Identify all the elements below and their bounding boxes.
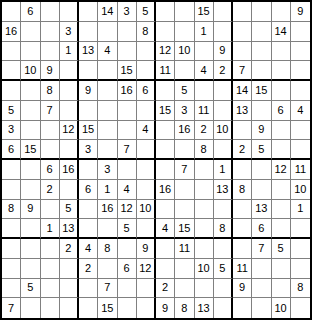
cell-r14c7[interactable]: 6 [118, 259, 137, 279]
cell-r11c6[interactable]: 16 [98, 200, 117, 220]
cell-r14c12[interactable]: 5 [214, 259, 233, 279]
cell-r9c7[interactable] [118, 160, 137, 180]
cell-r14c11[interactable]: 10 [195, 259, 214, 279]
cell-r14c2[interactable] [21, 259, 40, 279]
cell-r7c13[interactable] [233, 121, 252, 141]
cell-r13c12[interactable] [214, 239, 233, 259]
cell-r7c2[interactable] [21, 121, 40, 141]
cell-r13c13[interactable] [233, 239, 252, 259]
cell-r6c3[interactable]: 7 [41, 101, 60, 121]
cell-r4c7[interactable]: 15 [118, 61, 137, 81]
cell-r15c7[interactable] [118, 279, 137, 299]
cell-r1c10[interactable] [175, 2, 194, 22]
cell-r16c3[interactable] [41, 298, 60, 318]
cell-r16c1[interactable]: 7 [2, 298, 21, 318]
cell-r6c4[interactable] [60, 101, 79, 121]
cell-r14c10[interactable] [175, 259, 194, 279]
cell-r11c12[interactable] [214, 200, 233, 220]
cell-r5c12[interactable] [214, 81, 233, 101]
cell-r10c13[interactable]: 8 [233, 180, 252, 200]
cell-r1c16[interactable]: 9 [291, 2, 310, 22]
cell-r11c1[interactable]: 8 [2, 200, 21, 220]
cell-r10c14[interactable] [252, 180, 271, 200]
cell-r3c3[interactable] [41, 42, 60, 62]
cell-r15c1[interactable] [2, 279, 21, 299]
cell-r5c4[interactable] [60, 81, 79, 101]
cell-r6c11[interactable]: 11 [195, 101, 214, 121]
cell-r6c12[interactable] [214, 101, 233, 121]
cell-r16c16[interactable] [291, 298, 310, 318]
cell-r10c8[interactable] [137, 180, 156, 200]
cell-r15c14[interactable] [252, 279, 271, 299]
cell-r5c16[interactable] [291, 81, 310, 101]
cell-r5c2[interactable] [21, 81, 40, 101]
cell-r4c15[interactable] [272, 61, 291, 81]
cell-r1c8[interactable]: 5 [137, 2, 156, 22]
cell-r4c2[interactable]: 10 [21, 61, 40, 81]
cell-r12c2[interactable] [21, 219, 40, 239]
cell-r11c7[interactable]: 12 [118, 200, 137, 220]
cell-r6c8[interactable] [137, 101, 156, 121]
cell-r2c4[interactable]: 3 [60, 22, 79, 42]
cell-r11c15[interactable] [272, 200, 291, 220]
cell-r9c9[interactable] [156, 160, 175, 180]
cell-r2c3[interactable] [41, 22, 60, 42]
cell-r15c2[interactable]: 5 [21, 279, 40, 299]
cell-r3c13[interactable] [233, 42, 252, 62]
cell-r14c8[interactable]: 12 [137, 259, 156, 279]
cell-r10c6[interactable]: 1 [98, 180, 117, 200]
cell-r10c2[interactable] [21, 180, 40, 200]
cell-r10c12[interactable]: 13 [214, 180, 233, 200]
cell-r9c16[interactable]: 11 [291, 160, 310, 180]
cell-r15c8[interactable] [137, 279, 156, 299]
cell-r5c8[interactable]: 6 [137, 81, 156, 101]
cell-r11c16[interactable]: 1 [291, 200, 310, 220]
cell-r6c9[interactable]: 15 [156, 101, 175, 121]
cell-r15c3[interactable] [41, 279, 60, 299]
cell-r7c11[interactable]: 2 [195, 121, 214, 141]
cell-r4c6[interactable] [98, 61, 117, 81]
cell-r5c11[interactable] [195, 81, 214, 101]
cell-r6c16[interactable]: 4 [291, 101, 310, 121]
cell-r8c7[interactable]: 7 [118, 140, 137, 160]
cell-r10c11[interactable] [195, 180, 214, 200]
cell-r3c5[interactable]: 13 [79, 42, 98, 62]
cell-r16c6[interactable]: 15 [98, 298, 117, 318]
cell-r7c5[interactable]: 15 [79, 121, 98, 141]
cell-r12c3[interactable]: 1 [41, 219, 60, 239]
cell-r14c6[interactable] [98, 259, 117, 279]
cell-r16c7[interactable] [118, 298, 137, 318]
cell-r9c1[interactable] [2, 160, 21, 180]
cell-r16c12[interactable] [214, 298, 233, 318]
cell-r8c3[interactable] [41, 140, 60, 160]
cell-r13c14[interactable]: 7 [252, 239, 271, 259]
cell-r11c14[interactable]: 13 [252, 200, 271, 220]
cell-r13c10[interactable]: 11 [175, 239, 194, 259]
cell-r7c1[interactable]: 3 [2, 121, 21, 141]
cell-r4c5[interactable] [79, 61, 98, 81]
cell-r1c4[interactable] [60, 2, 79, 22]
cell-r3c7[interactable] [118, 42, 137, 62]
cell-r13c6[interactable]: 8 [98, 239, 117, 259]
cell-r7c10[interactable]: 16 [175, 121, 194, 141]
cell-r12c16[interactable] [291, 219, 310, 239]
cell-r2c1[interactable]: 16 [2, 22, 21, 42]
cell-r3c10[interactable]: 10 [175, 42, 194, 62]
cell-r11c8[interactable]: 10 [137, 200, 156, 220]
cell-r11c5[interactable] [79, 200, 98, 220]
cell-r3c14[interactable] [252, 42, 271, 62]
cell-r7c3[interactable] [41, 121, 60, 141]
cell-r4c10[interactable] [175, 61, 194, 81]
cell-r15c11[interactable] [195, 279, 214, 299]
cell-r8c8[interactable] [137, 140, 156, 160]
cell-r2c15[interactable]: 14 [272, 22, 291, 42]
cell-r6c15[interactable]: 6 [272, 101, 291, 121]
cell-r11c11[interactable] [195, 200, 214, 220]
cell-r8c5[interactable]: 3 [79, 140, 98, 160]
cell-r4c12[interactable]: 2 [214, 61, 233, 81]
cell-r10c16[interactable]: 10 [291, 180, 310, 200]
cell-r2c8[interactable]: 8 [137, 22, 156, 42]
cell-r15c5[interactable] [79, 279, 98, 299]
cell-r13c7[interactable] [118, 239, 137, 259]
cell-r5c14[interactable]: 15 [252, 81, 271, 101]
cell-r3c1[interactable] [2, 42, 21, 62]
cell-r12c7[interactable]: 5 [118, 219, 137, 239]
cell-r15c10[interactable] [175, 279, 194, 299]
cell-r15c9[interactable]: 2 [156, 279, 175, 299]
cell-r16c11[interactable]: 13 [195, 298, 214, 318]
cell-r4c9[interactable]: 11 [156, 61, 175, 81]
cell-r6c6[interactable] [98, 101, 117, 121]
cell-r7c8[interactable]: 4 [137, 121, 156, 141]
cell-r1c13[interactable] [233, 2, 252, 22]
cell-r10c15[interactable] [272, 180, 291, 200]
cell-r9c2[interactable] [21, 160, 40, 180]
cell-r12c1[interactable] [2, 219, 21, 239]
cell-r4c14[interactable] [252, 61, 271, 81]
cell-r15c13[interactable]: 9 [233, 279, 252, 299]
cell-r7c12[interactable]: 10 [214, 121, 233, 141]
cell-r14c9[interactable] [156, 259, 175, 279]
cell-r2c2[interactable] [21, 22, 40, 42]
cell-r15c4[interactable] [60, 279, 79, 299]
cell-r3c12[interactable]: 9 [214, 42, 233, 62]
cell-r14c16[interactable] [291, 259, 310, 279]
cell-r1c12[interactable] [214, 2, 233, 22]
cell-r6c13[interactable]: 13 [233, 101, 252, 121]
cell-r2c6[interactable] [98, 22, 117, 42]
cell-r2c14[interactable] [252, 22, 271, 42]
cell-r12c5[interactable] [79, 219, 98, 239]
cell-r16c9[interactable]: 9 [156, 298, 175, 318]
cell-r1c7[interactable]: 3 [118, 2, 137, 22]
cell-r9c6[interactable]: 3 [98, 160, 117, 180]
cell-r9c11[interactable] [195, 160, 214, 180]
cell-r1c2[interactable]: 6 [21, 2, 40, 22]
cell-r9c5[interactable] [79, 160, 98, 180]
cell-r8c4[interactable] [60, 140, 79, 160]
cell-r7c6[interactable] [98, 121, 117, 141]
cell-r13c15[interactable]: 5 [272, 239, 291, 259]
cell-r2c5[interactable] [79, 22, 98, 42]
cell-r13c16[interactable] [291, 239, 310, 259]
cell-r9c3[interactable]: 6 [41, 160, 60, 180]
cell-r1c9[interactable] [156, 2, 175, 22]
cell-r9c13[interactable] [233, 160, 252, 180]
cell-r10c7[interactable]: 4 [118, 180, 137, 200]
cell-r13c8[interactable]: 9 [137, 239, 156, 259]
cell-r1c15[interactable] [272, 2, 291, 22]
cell-r5c7[interactable]: 16 [118, 81, 137, 101]
cell-r1c14[interactable] [252, 2, 271, 22]
cell-r15c16[interactable]: 8 [291, 279, 310, 299]
cell-r8c12[interactable] [214, 140, 233, 160]
cell-r4c16[interactable] [291, 61, 310, 81]
cell-r16c4[interactable] [60, 298, 79, 318]
cell-r12c8[interactable] [137, 219, 156, 239]
cell-r5c1[interactable] [2, 81, 21, 101]
cell-r4c11[interactable]: 4 [195, 61, 214, 81]
cell-r15c12[interactable] [214, 279, 233, 299]
cell-r10c5[interactable]: 6 [79, 180, 98, 200]
cell-r2c10[interactable] [175, 22, 194, 42]
cell-r3c6[interactable]: 4 [98, 42, 117, 62]
cell-r14c14[interactable] [252, 259, 271, 279]
cell-r4c13[interactable]: 7 [233, 61, 252, 81]
cell-r3c11[interactable] [195, 42, 214, 62]
cell-r12c13[interactable] [233, 219, 252, 239]
cell-r7c16[interactable] [291, 121, 310, 141]
cell-r6c1[interactable]: 5 [2, 101, 21, 121]
cell-r1c5[interactable] [79, 2, 98, 22]
cell-r11c9[interactable] [156, 200, 175, 220]
cell-r1c3[interactable] [41, 2, 60, 22]
cell-r14c3[interactable] [41, 259, 60, 279]
cell-r3c9[interactable]: 12 [156, 42, 175, 62]
cell-r5c9[interactable] [156, 81, 175, 101]
cell-r12c11[interactable] [195, 219, 214, 239]
cell-r15c6[interactable]: 7 [98, 279, 117, 299]
cell-r1c6[interactable]: 14 [98, 2, 117, 22]
cell-r3c2[interactable] [21, 42, 40, 62]
cell-r14c15[interactable] [272, 259, 291, 279]
cell-r13c11[interactable] [195, 239, 214, 259]
cell-r6c10[interactable]: 3 [175, 101, 194, 121]
cell-r9c10[interactable]: 7 [175, 160, 194, 180]
cell-r6c5[interactable] [79, 101, 98, 121]
cell-r10c4[interactable] [60, 180, 79, 200]
cell-r12c12[interactable]: 8 [214, 219, 233, 239]
cell-r5c5[interactable]: 9 [79, 81, 98, 101]
cell-r13c4[interactable]: 2 [60, 239, 79, 259]
cell-r16c15[interactable]: 10 [272, 298, 291, 318]
cell-r5c15[interactable] [272, 81, 291, 101]
cell-r13c5[interactable]: 4 [79, 239, 98, 259]
cell-r8c11[interactable]: 8 [195, 140, 214, 160]
cell-r8c2[interactable]: 15 [21, 140, 40, 160]
cell-r14c1[interactable] [2, 259, 21, 279]
cell-r11c2[interactable]: 9 [21, 200, 40, 220]
cell-r7c15[interactable] [272, 121, 291, 141]
cell-r16c13[interactable] [233, 298, 252, 318]
cell-r6c7[interactable] [118, 101, 137, 121]
cell-r5c3[interactable]: 8 [41, 81, 60, 101]
cell-r7c14[interactable]: 9 [252, 121, 271, 141]
cell-r14c4[interactable] [60, 259, 79, 279]
cell-r8c13[interactable]: 2 [233, 140, 252, 160]
cell-r4c1[interactable] [2, 61, 21, 81]
cell-r3c8[interactable] [137, 42, 156, 62]
cell-r4c8[interactable] [137, 61, 156, 81]
cell-r2c11[interactable]: 1 [195, 22, 214, 42]
cell-r7c4[interactable]: 12 [60, 121, 79, 141]
cell-r3c4[interactable]: 1 [60, 42, 79, 62]
cell-r1c1[interactable] [2, 2, 21, 22]
cell-r6c14[interactable] [252, 101, 271, 121]
cell-r4c3[interactable]: 9 [41, 61, 60, 81]
cell-r2c7[interactable] [118, 22, 137, 42]
cell-r12c6[interactable] [98, 219, 117, 239]
cell-r12c14[interactable]: 6 [252, 219, 271, 239]
cell-r5c10[interactable]: 5 [175, 81, 194, 101]
cell-r1c11[interactable]: 15 [195, 2, 214, 22]
cell-r8c6[interactable] [98, 140, 117, 160]
cell-r10c3[interactable]: 2 [41, 180, 60, 200]
cell-r9c15[interactable]: 12 [272, 160, 291, 180]
cell-r9c12[interactable]: 1 [214, 160, 233, 180]
cell-r13c2[interactable] [21, 239, 40, 259]
cell-r12c10[interactable]: 15 [175, 219, 194, 239]
cell-r16c8[interactable] [137, 298, 156, 318]
cell-r9c14[interactable] [252, 160, 271, 180]
cell-r16c14[interactable] [252, 298, 271, 318]
cell-r14c13[interactable]: 11 [233, 259, 252, 279]
cell-r3c15[interactable] [272, 42, 291, 62]
cell-r8c10[interactable] [175, 140, 194, 160]
cell-r5c6[interactable] [98, 81, 117, 101]
cell-r10c1[interactable] [2, 180, 21, 200]
cell-r11c13[interactable] [233, 200, 252, 220]
cell-r11c3[interactable] [41, 200, 60, 220]
cell-r7c7[interactable] [118, 121, 137, 141]
cell-r8c9[interactable] [156, 140, 175, 160]
cell-r10c9[interactable]: 16 [156, 180, 175, 200]
cell-r8c14[interactable]: 5 [252, 140, 271, 160]
cell-r10c10[interactable] [175, 180, 194, 200]
cell-r4c4[interactable] [60, 61, 79, 81]
cell-r9c8[interactable] [137, 160, 156, 180]
cell-r16c5[interactable] [79, 298, 98, 318]
cell-r2c13[interactable] [233, 22, 252, 42]
cell-r8c1[interactable]: 6 [2, 140, 21, 160]
cell-r15c15[interactable] [272, 279, 291, 299]
cell-r7c9[interactable] [156, 121, 175, 141]
cell-r6c2[interactable] [21, 101, 40, 121]
cell-r13c1[interactable] [2, 239, 21, 259]
cell-r9c4[interactable]: 16 [60, 160, 79, 180]
cell-r11c10[interactable] [175, 200, 194, 220]
sudoku-board: 6143515916381141134121091091511427891665… [0, 0, 312, 320]
cell-r11c4[interactable]: 5 [60, 200, 79, 220]
cell-r16c10[interactable]: 8 [175, 298, 194, 318]
cell-r14c5[interactable]: 2 [79, 259, 98, 279]
cell-r13c9[interactable] [156, 239, 175, 259]
cell-r12c9[interactable]: 4 [156, 219, 175, 239]
cell-r12c4[interactable]: 13 [60, 219, 79, 239]
cell-r5c13[interactable]: 14 [233, 81, 252, 101]
cell-r8c15[interactable] [272, 140, 291, 160]
cell-r3c16[interactable] [291, 42, 310, 62]
cell-r2c12[interactable] [214, 22, 233, 42]
cell-r2c16[interactable] [291, 22, 310, 42]
cell-r2c9[interactable] [156, 22, 175, 42]
cell-r8c16[interactable] [291, 140, 310, 160]
cell-r12c15[interactable] [272, 219, 291, 239]
cell-r13c3[interactable] [41, 239, 60, 259]
cell-r16c2[interactable] [21, 298, 40, 318]
